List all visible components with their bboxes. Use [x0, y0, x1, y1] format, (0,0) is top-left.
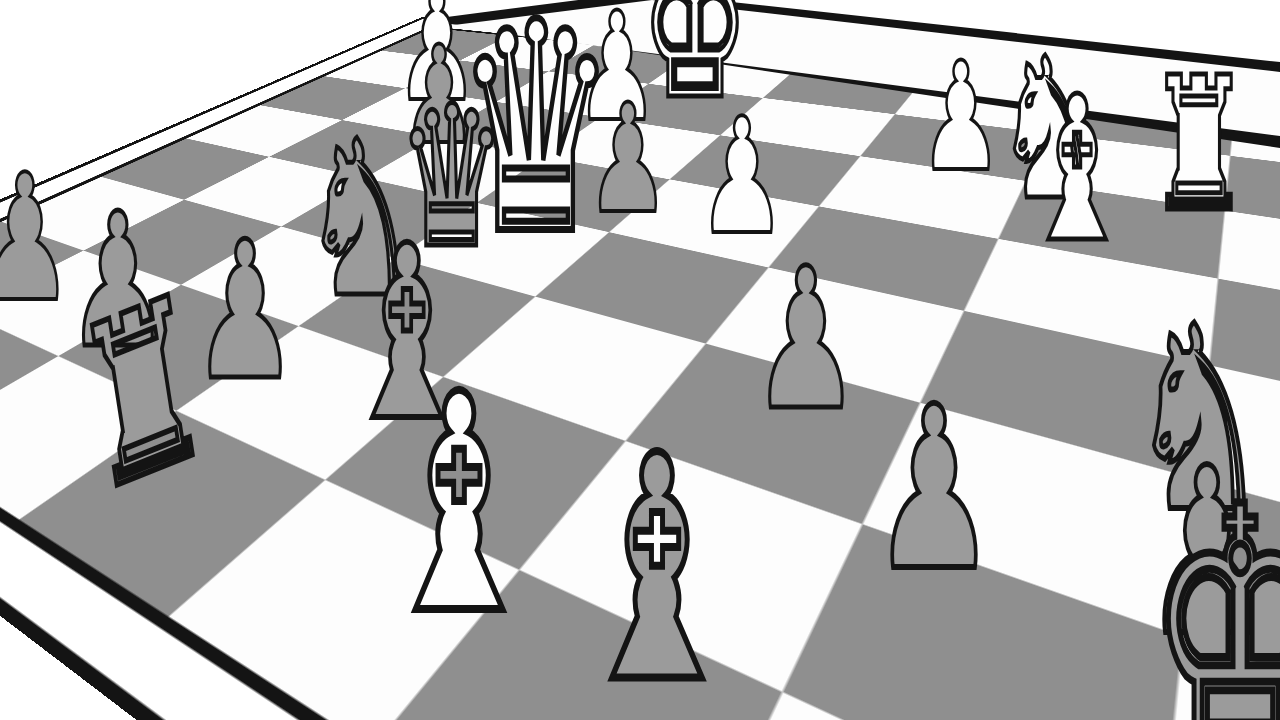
black-pawn-g7[interactable]: ♟ — [0, 151, 74, 326]
white-rook-a3[interactable]: ♜ — [1148, 53, 1251, 238]
white-pawn-c3[interactable]: ♟ — [919, 42, 1002, 192]
black-pawn-e7[interactable]: ♟ — [192, 217, 298, 407]
white-bishop-d8[interactable]: ♝ — [376, 356, 543, 656]
white-bishop-b4[interactable]: ♝ — [1021, 70, 1132, 270]
pieces-layer: ♚♟♟♟♟♞♜♟♛♟♝♛♞♟♟♟♟♝♜♞♟♝♟♝♚ — [0, 0, 1280, 720]
black-pawn-c6[interactable]: ♟ — [752, 242, 860, 437]
cartoon-chess-scene: ♚♟♟♟♟♞♜♟♛♟♝♛♞♟♟♟♟♝♜♞♟♝♟♝♚ — [0, 0, 1280, 720]
black-pawn-b7[interactable]: ♟ — [871, 377, 996, 602]
black-king-a8[interactable]: ♚ — [1148, 465, 1280, 720]
black-bishop-c8[interactable]: ♝ — [571, 416, 743, 720]
